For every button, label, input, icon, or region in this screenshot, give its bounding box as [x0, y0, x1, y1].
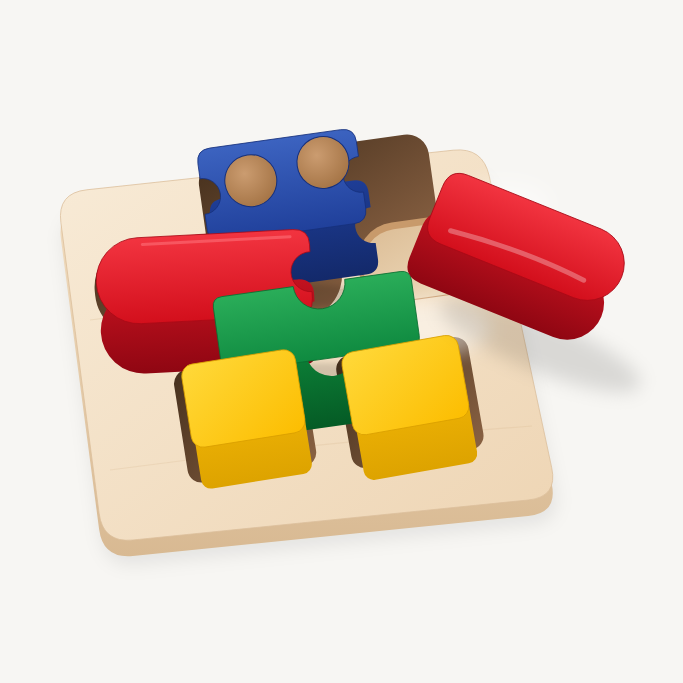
product-photo-stage — [0, 0, 683, 683]
yellow-cube-left-top — [180, 348, 307, 449]
yellow-cube-left[interactable] — [180, 348, 313, 490]
puzzle-scene — [0, 0, 683, 683]
